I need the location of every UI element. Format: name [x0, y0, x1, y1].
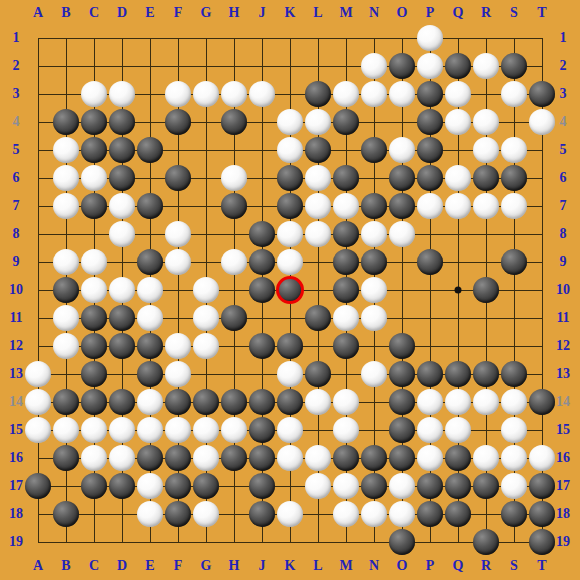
white-stone-D8: [109, 221, 135, 247]
white-stone-E10: [137, 277, 163, 303]
white-stone-B12: [53, 333, 79, 359]
black-stone-Q2: [445, 53, 471, 79]
black-stone-J8: [249, 221, 275, 247]
black-stone-S13: [501, 361, 527, 387]
black-stone-S2: [501, 53, 527, 79]
white-stone-N11: [361, 305, 387, 331]
black-stone-N16: [361, 445, 387, 471]
white-stone-R14: [473, 389, 499, 415]
black-stone-M8: [333, 221, 359, 247]
white-stone-Q4: [445, 109, 471, 135]
white-stone-L8: [305, 221, 331, 247]
white-stone-B6: [53, 165, 79, 191]
white-stone-K9: [277, 249, 303, 275]
white-stone-Q7: [445, 193, 471, 219]
black-stone-B18: [53, 501, 79, 527]
white-stone-L14: [305, 389, 331, 415]
white-stone-Q6: [445, 165, 471, 191]
black-stone-L13: [305, 361, 331, 387]
black-stone-E12: [137, 333, 163, 359]
white-stone-S15: [501, 417, 527, 443]
white-stone-C15: [81, 417, 107, 443]
row-label-right: 16: [556, 451, 570, 465]
white-stone-M7: [333, 193, 359, 219]
white-stone-B11: [53, 305, 79, 331]
black-stone-L11: [305, 305, 331, 331]
black-stone-P3: [417, 81, 443, 107]
white-stone-H6: [221, 165, 247, 191]
black-stone-Q13: [445, 361, 471, 387]
column-label-top: C: [89, 6, 99, 20]
black-stone-R10: [473, 277, 499, 303]
column-label-top: R: [481, 6, 491, 20]
white-stone-L6: [305, 165, 331, 191]
black-stone-J17: [249, 473, 275, 499]
white-stone-D7: [109, 193, 135, 219]
row-label-left: 10: [9, 283, 23, 297]
black-stone-T17: [529, 473, 555, 499]
white-stone-E14: [137, 389, 163, 415]
column-label-top: E: [145, 6, 154, 20]
black-stone-T19: [529, 529, 555, 555]
white-stone-F3: [165, 81, 191, 107]
row-label-left: 6: [13, 171, 20, 185]
black-stone-F18: [165, 501, 191, 527]
white-stone-M17: [333, 473, 359, 499]
white-stone-A14: [25, 389, 51, 415]
black-stone-E5: [137, 137, 163, 163]
white-stone-G16: [193, 445, 219, 471]
black-stone-P13: [417, 361, 443, 387]
black-stone-C14: [81, 389, 107, 415]
white-stone-Q15: [445, 417, 471, 443]
black-stone-C13: [81, 361, 107, 387]
black-stone-J12: [249, 333, 275, 359]
white-stone-H3: [221, 81, 247, 107]
white-stone-M3: [333, 81, 359, 107]
black-stone-N7: [361, 193, 387, 219]
black-stone-P5: [417, 137, 443, 163]
black-stone-T18: [529, 501, 555, 527]
white-stone-B15: [53, 417, 79, 443]
black-stone-D4: [109, 109, 135, 135]
black-stone-C4: [81, 109, 107, 135]
white-stone-S14: [501, 389, 527, 415]
black-stone-R13: [473, 361, 499, 387]
black-stone-O14: [389, 389, 415, 415]
black-stone-G14: [193, 389, 219, 415]
row-label-right: 5: [560, 143, 567, 157]
black-stone-O19: [389, 529, 415, 555]
black-stone-L3: [305, 81, 331, 107]
column-label-top: O: [397, 6, 408, 20]
column-label-bottom: B: [61, 559, 70, 573]
white-stone-F13: [165, 361, 191, 387]
black-stone-J10: [249, 277, 275, 303]
white-stone-N18: [361, 501, 387, 527]
white-stone-K18: [277, 501, 303, 527]
white-stone-C10: [81, 277, 107, 303]
white-stone-D15: [109, 417, 135, 443]
column-label-top: J: [259, 6, 266, 20]
black-stone-S18: [501, 501, 527, 527]
column-label-bottom: S: [510, 559, 518, 573]
black-stone-M16: [333, 445, 359, 471]
row-label-right: 19: [556, 535, 570, 549]
black-stone-M9: [333, 249, 359, 275]
row-label-right: 3: [560, 87, 567, 101]
black-stone-C7: [81, 193, 107, 219]
white-stone-B9: [53, 249, 79, 275]
row-label-right: 7: [560, 199, 567, 213]
star-point-Q10: [455, 287, 462, 294]
black-stone-S9: [501, 249, 527, 275]
black-stone-Q18: [445, 501, 471, 527]
black-stone-E13: [137, 361, 163, 387]
column-label-bottom: R: [481, 559, 491, 573]
row-label-right: 1: [560, 31, 567, 45]
white-stone-P1: [417, 25, 443, 51]
row-label-left: 11: [9, 311, 22, 325]
black-stone-N17: [361, 473, 387, 499]
black-stone-O2: [389, 53, 415, 79]
row-label-right: 6: [560, 171, 567, 185]
black-stone-P17: [417, 473, 443, 499]
white-stone-F8: [165, 221, 191, 247]
row-label-right: 11: [556, 311, 569, 325]
white-stone-A15: [25, 417, 51, 443]
white-stone-E11: [137, 305, 163, 331]
row-label-right: 4: [560, 115, 567, 129]
column-label-bottom: C: [89, 559, 99, 573]
black-stone-M6: [333, 165, 359, 191]
column-label-top: B: [61, 6, 70, 20]
column-label-bottom: K: [285, 559, 296, 573]
row-label-right: 14: [556, 395, 570, 409]
white-stone-G18: [193, 501, 219, 527]
black-stone-P6: [417, 165, 443, 191]
black-stone-F6: [165, 165, 191, 191]
white-stone-K16: [277, 445, 303, 471]
row-label-left: 9: [13, 255, 20, 269]
white-stone-H15: [221, 417, 247, 443]
white-stone-B7: [53, 193, 79, 219]
black-stone-B4: [53, 109, 79, 135]
black-stone-C5: [81, 137, 107, 163]
white-stone-F12: [165, 333, 191, 359]
row-label-left: 19: [9, 535, 23, 549]
black-stone-J16: [249, 445, 275, 471]
black-stone-B16: [53, 445, 79, 471]
black-stone-H14: [221, 389, 247, 415]
white-stone-S3: [501, 81, 527, 107]
black-stone-K14: [277, 389, 303, 415]
white-stone-L4: [305, 109, 331, 135]
row-label-left: 2: [13, 59, 20, 73]
white-stone-M11: [333, 305, 359, 331]
row-label-left: 7: [13, 199, 20, 213]
column-label-bottom: D: [117, 559, 127, 573]
black-stone-D5: [109, 137, 135, 163]
black-stone-O6: [389, 165, 415, 191]
white-stone-G3: [193, 81, 219, 107]
black-stone-D14: [109, 389, 135, 415]
white-stone-M18: [333, 501, 359, 527]
white-stone-G10: [193, 277, 219, 303]
black-stone-O15: [389, 417, 415, 443]
white-stone-N3: [361, 81, 387, 107]
black-stone-H7: [221, 193, 247, 219]
white-stone-L16: [305, 445, 331, 471]
column-label-top: M: [339, 6, 352, 20]
black-stone-B10: [53, 277, 79, 303]
column-label-top: G: [201, 6, 212, 20]
white-stone-R7: [473, 193, 499, 219]
black-stone-K12: [277, 333, 303, 359]
black-stone-F17: [165, 473, 191, 499]
white-stone-C6: [81, 165, 107, 191]
column-label-top: P: [426, 6, 435, 20]
white-stone-H9: [221, 249, 247, 275]
white-stone-N10: [361, 277, 387, 303]
white-stone-R2: [473, 53, 499, 79]
row-label-right: 2: [560, 59, 567, 73]
white-stone-P2: [417, 53, 443, 79]
black-stone-B14: [53, 389, 79, 415]
black-stone-J18: [249, 501, 275, 527]
white-stone-O5: [389, 137, 415, 163]
row-label-right: 10: [556, 283, 570, 297]
column-label-top: K: [285, 6, 296, 20]
column-label-bottom: E: [145, 559, 154, 573]
black-stone-D6: [109, 165, 135, 191]
black-stone-T3: [529, 81, 555, 107]
black-stone-R19: [473, 529, 499, 555]
black-stone-M10: [333, 277, 359, 303]
column-label-bottom: G: [201, 559, 212, 573]
white-stone-D10: [109, 277, 135, 303]
black-stone-J14: [249, 389, 275, 415]
column-label-bottom: H: [229, 559, 240, 573]
column-label-top: F: [174, 6, 183, 20]
column-label-top: A: [33, 6, 43, 20]
white-stone-O17: [389, 473, 415, 499]
row-label-left: 18: [9, 507, 23, 521]
white-stone-Q3: [445, 81, 471, 107]
white-stone-O3: [389, 81, 415, 107]
column-label-bottom: T: [537, 559, 546, 573]
white-stone-P7: [417, 193, 443, 219]
white-stone-K15: [277, 417, 303, 443]
white-stone-G15: [193, 417, 219, 443]
white-stone-R5: [473, 137, 499, 163]
white-stone-C16: [81, 445, 107, 471]
black-stone-C12: [81, 333, 107, 359]
white-stone-N13: [361, 361, 387, 387]
row-label-left: 4: [13, 115, 20, 129]
white-stone-L7: [305, 193, 331, 219]
black-stone-N9: [361, 249, 387, 275]
column-label-top: S: [510, 6, 518, 20]
row-label-right: 15: [556, 423, 570, 437]
row-label-left: 17: [9, 479, 23, 493]
column-label-bottom: Q: [453, 559, 464, 573]
black-stone-K6: [277, 165, 303, 191]
row-label-right: 12: [556, 339, 570, 353]
black-stone-C17: [81, 473, 107, 499]
black-stone-R6: [473, 165, 499, 191]
black-stone-M12: [333, 333, 359, 359]
black-stone-F14: [165, 389, 191, 415]
white-stone-B5: [53, 137, 79, 163]
column-label-bottom: F: [174, 559, 183, 573]
row-label-left: 8: [13, 227, 20, 241]
white-stone-D3: [109, 81, 135, 107]
row-label-left: 16: [9, 451, 23, 465]
black-stone-H11: [221, 305, 247, 331]
white-stone-A13: [25, 361, 51, 387]
white-stone-F9: [165, 249, 191, 275]
black-stone-D17: [109, 473, 135, 499]
black-stone-J9: [249, 249, 275, 275]
column-label-top: D: [117, 6, 127, 20]
black-stone-T14: [529, 389, 555, 415]
white-stone-E15: [137, 417, 163, 443]
row-label-right: 8: [560, 227, 567, 241]
go-board-screenshot: AABBCCDDEEFFGGHHJJKKLLMMNNOOPPQQRRSSTT11…: [0, 0, 580, 580]
row-label-left: 14: [9, 395, 23, 409]
white-stone-T4: [529, 109, 555, 135]
white-stone-G12: [193, 333, 219, 359]
black-stone-P18: [417, 501, 443, 527]
white-stone-O8: [389, 221, 415, 247]
white-stone-E18: [137, 501, 163, 527]
white-stone-P16: [417, 445, 443, 471]
black-stone-S6: [501, 165, 527, 191]
column-label-bottom: O: [397, 559, 408, 573]
white-stone-K4: [277, 109, 303, 135]
white-stone-Q14: [445, 389, 471, 415]
column-label-top: H: [229, 6, 240, 20]
black-stone-R17: [473, 473, 499, 499]
column-label-top: L: [313, 6, 322, 20]
white-stone-M15: [333, 417, 359, 443]
column-label-bottom: J: [259, 559, 266, 573]
row-label-left: 12: [9, 339, 23, 353]
black-stone-P9: [417, 249, 443, 275]
black-stone-O7: [389, 193, 415, 219]
black-stone-Q16: [445, 445, 471, 471]
black-stone-E9: [137, 249, 163, 275]
white-stone-L17: [305, 473, 331, 499]
column-label-top: Q: [453, 6, 464, 20]
white-stone-P14: [417, 389, 443, 415]
row-label-right: 18: [556, 507, 570, 521]
row-label-left: 1: [13, 31, 20, 45]
black-stone-G17: [193, 473, 219, 499]
last-move-marker-K10: [276, 276, 304, 304]
column-label-bottom: A: [33, 559, 43, 573]
white-stone-T16: [529, 445, 555, 471]
white-stone-O18: [389, 501, 415, 527]
black-stone-E7: [137, 193, 163, 219]
white-stone-P15: [417, 417, 443, 443]
black-stone-N5: [361, 137, 387, 163]
white-stone-N8: [361, 221, 387, 247]
white-stone-R4: [473, 109, 499, 135]
white-stone-S5: [501, 137, 527, 163]
white-stone-C3: [81, 81, 107, 107]
column-label-top: N: [369, 6, 379, 20]
white-stone-K5: [277, 137, 303, 163]
black-stone-H4: [221, 109, 247, 135]
column-label-bottom: P: [426, 559, 435, 573]
row-label-left: 5: [13, 143, 20, 157]
column-label-top: T: [537, 6, 546, 20]
row-label-right: 17: [556, 479, 570, 493]
white-stone-N2: [361, 53, 387, 79]
black-stone-M4: [333, 109, 359, 135]
white-stone-S7: [501, 193, 527, 219]
white-stone-K8: [277, 221, 303, 247]
black-stone-E16: [137, 445, 163, 471]
column-label-bottom: N: [369, 559, 379, 573]
white-stone-F15: [165, 417, 191, 443]
white-stone-D16: [109, 445, 135, 471]
row-label-right: 13: [556, 367, 570, 381]
black-stone-O13: [389, 361, 415, 387]
white-stone-M14: [333, 389, 359, 415]
column-label-bottom: L: [313, 559, 322, 573]
white-stone-R16: [473, 445, 499, 471]
black-stone-D11: [109, 305, 135, 331]
black-stone-J15: [249, 417, 275, 443]
black-stone-F16: [165, 445, 191, 471]
black-stone-A17: [25, 473, 51, 499]
black-stone-O12: [389, 333, 415, 359]
row-label-left: 15: [9, 423, 23, 437]
column-label-bottom: M: [339, 559, 352, 573]
row-label-right: 9: [560, 255, 567, 269]
row-label-left: 13: [9, 367, 23, 381]
black-stone-H16: [221, 445, 247, 471]
black-stone-O16: [389, 445, 415, 471]
black-stone-P4: [417, 109, 443, 135]
black-stone-K7: [277, 193, 303, 219]
black-stone-F4: [165, 109, 191, 135]
black-stone-C11: [81, 305, 107, 331]
white-stone-K13: [277, 361, 303, 387]
white-stone-E17: [137, 473, 163, 499]
white-stone-S17: [501, 473, 527, 499]
white-stone-C9: [81, 249, 107, 275]
white-stone-S16: [501, 445, 527, 471]
white-stone-G11: [193, 305, 219, 331]
row-label-left: 3: [13, 87, 20, 101]
black-stone-L5: [305, 137, 331, 163]
white-stone-J3: [249, 81, 275, 107]
black-stone-Q17: [445, 473, 471, 499]
black-stone-D12: [109, 333, 135, 359]
